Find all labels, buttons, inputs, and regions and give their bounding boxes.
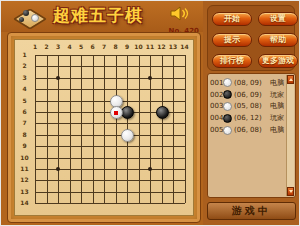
grid-line [173,55,174,203]
col-label: 5 [75,43,87,51]
move-row: 002(06, 09)玩家 [210,89,285,101]
move-coordinates: (06, 12) [234,114,262,122]
status-bar: 游戏中 [207,202,296,220]
col-label: 3 [52,43,64,51]
start-button[interactable]: 开始 [212,12,252,26]
logo-white-stone-icon [31,14,39,22]
app-logo-icon [9,2,51,31]
right-panel: 开始设置提示帮助排行榜更多游戏 001(08, 09)电脑002(06, 09)… [203,1,300,226]
help-button[interactable]: 帮助 [258,33,298,47]
move-coordinates: (06, 08) [234,126,262,134]
star-point [148,76,152,80]
grid-line [185,55,186,203]
more-games-button[interactable]: 更多游戏 [258,54,298,68]
col-label: 13 [167,43,179,51]
move-coordinates: (08, 09) [234,79,262,87]
row-label: 4 [18,85,31,93]
logo-black-stone-icon [23,10,29,16]
col-label: 10 [133,43,145,51]
star-point [148,167,152,171]
row-label: 7 [18,119,31,127]
black-stone [156,106,169,119]
white-stone-icon [223,126,232,135]
white-stone-icon [223,102,232,111]
col-label: 11 [144,43,156,51]
logo-black-stone-icon [19,17,24,22]
col-label: 12 [156,43,168,51]
settings-button[interactable]: 设置 [258,12,298,26]
grid-line [35,203,185,204]
scroll-down-icon[interactable] [287,187,294,196]
row-label: 5 [18,97,31,105]
move-player: 电脑 [270,125,285,135]
leaderboard-button[interactable]: 排行榜 [212,54,252,68]
move-row: 003(05, 08)电脑 [210,101,285,113]
col-label: 6 [87,43,99,51]
game-board[interactable]: 11223344556677889910101111121213131414 [14,39,194,216]
move-row: 001(08, 09)电脑 [210,77,285,89]
speaker-icon[interactable] [170,5,190,22]
col-label: 4 [64,43,76,51]
row-label: 6 [18,108,31,116]
move-row: 005(06, 08)电脑 [210,124,285,136]
row-label: 8 [18,131,31,139]
move-player: 电脑 [270,78,285,88]
white-stone-icon [223,78,232,87]
app-title: 超难五子棋 [53,4,143,27]
move-number: 003 [210,102,223,110]
move-number: 001 [210,79,223,87]
white-stone [121,129,134,142]
black-stone [121,106,134,119]
grid-line [162,55,163,203]
row-label: 3 [18,74,31,82]
move-player: 玩家 [270,90,285,100]
black-stone-icon [223,90,232,99]
button-group: 开始设置提示帮助排行榜更多游戏 [207,5,295,71]
gomoku-app: 超难五子棋 No. 420 11223344556677889910101111… [0,0,300,226]
move-list: 001(08, 09)电脑002(06, 09)玩家003(05, 08)电脑0… [210,77,285,195]
move-coordinates: (05, 08) [234,102,262,110]
move-number: 004 [210,114,223,122]
hint-button[interactable]: 提示 [212,33,252,47]
move-number: 002 [210,91,223,99]
row-label: 1 [18,51,31,59]
star-point [56,76,60,80]
row-label: 9 [18,142,31,150]
move-row: 004(06, 12)玩家 [210,112,285,124]
row-label: 13 [18,188,31,196]
move-player: 玩家 [270,113,285,123]
move-list-panel: 001(08, 09)电脑002(06, 09)玩家003(05, 08)电脑0… [207,73,296,198]
move-number: 005 [210,126,223,134]
row-label: 14 [18,199,31,207]
row-label: 2 [18,62,31,70]
scroll-up-icon[interactable] [287,75,294,84]
black-stone-icon [223,114,232,123]
col-label: 1 [29,43,41,51]
col-label: 9 [121,43,133,51]
row-label: 11 [18,165,31,173]
col-label: 8 [110,43,122,51]
star-point [56,167,60,171]
white-stone [110,106,123,119]
last-move-marker [114,111,118,115]
col-label: 14 [179,43,191,51]
col-label: 2 [41,43,53,51]
move-player: 电脑 [270,101,285,111]
row-label: 10 [18,154,31,162]
board-frame: 11223344556677889910101111121213131414 [7,32,201,223]
col-label: 7 [98,43,110,51]
row-label: 12 [18,176,31,184]
scrollbar[interactable] [286,75,294,196]
move-coordinates: (06, 09) [234,91,262,99]
grid-line [35,192,185,193]
